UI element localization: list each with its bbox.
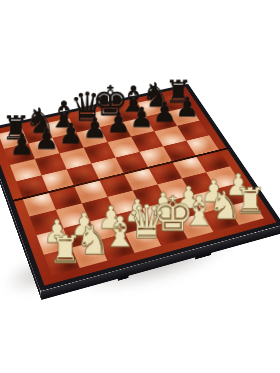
piece-white-rook[interactable]: ♜ (48, 231, 82, 267)
piece-black-pawn[interactable]: ♟ (83, 116, 108, 142)
piece-black-pawn[interactable]: ♟ (153, 100, 177, 126)
piece-black-pawn[interactable]: ♟ (9, 132, 35, 159)
piece-black-pawn[interactable]: ♟ (130, 105, 155, 131)
piece-black-pawn[interactable]: ♟ (34, 127, 59, 154)
piece-black-pawn[interactable]: ♟ (106, 110, 131, 136)
piece-black-pawn[interactable]: ♟ (175, 95, 199, 121)
chess-set-photo: ♜♞♝♛♚♝♞♜♟♟♟♟♟♟♟♟♟♟♟♟♟♟♟♟♜♞♝♛♚♝♞♜ (0, 0, 280, 373)
piece-black-pawn[interactable]: ♟ (59, 121, 84, 148)
